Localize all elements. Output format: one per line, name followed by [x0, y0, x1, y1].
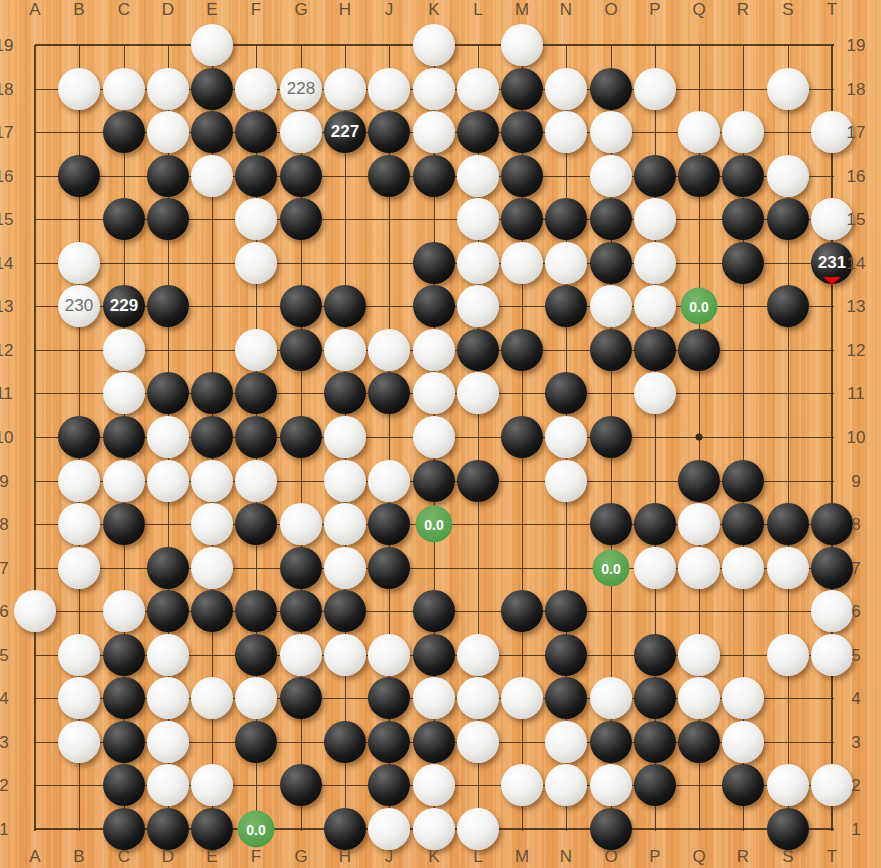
score-estimate-marker: 0.0	[416, 506, 453, 543]
column-label-bottom: S	[782, 848, 793, 865]
black-stone	[590, 416, 632, 458]
white-stone	[590, 155, 632, 197]
black-stone	[368, 372, 410, 414]
white-stone	[58, 547, 100, 589]
white-stone	[634, 68, 676, 110]
black-stone	[590, 503, 632, 545]
move-number-label: 229	[110, 296, 138, 316]
black-stone	[722, 198, 764, 240]
row-label-left: 2	[0, 777, 9, 794]
black-stone	[413, 242, 455, 284]
black-stone	[280, 155, 322, 197]
white-stone: 230	[58, 285, 100, 327]
column-label-top: K	[428, 1, 439, 18]
row-label-left: 1	[0, 821, 9, 838]
black-stone	[235, 111, 277, 153]
white-stone	[722, 721, 764, 763]
black-stone	[235, 372, 277, 414]
black-stone	[280, 198, 322, 240]
white-stone	[58, 634, 100, 676]
row-label-left: 13	[0, 298, 13, 315]
row-label-right: 19	[847, 37, 866, 54]
black-stone	[678, 460, 720, 502]
column-label-bottom: N	[560, 848, 572, 865]
black-stone	[634, 721, 676, 763]
white-stone	[368, 808, 410, 850]
black-stone	[324, 285, 366, 327]
row-label-right: 7	[851, 560, 860, 577]
column-label-top: F	[251, 1, 261, 18]
black-stone	[678, 155, 720, 197]
black-stone	[191, 372, 233, 414]
row-label-left: 14	[0, 255, 13, 272]
column-label-top: R	[737, 1, 749, 18]
white-stone	[722, 677, 764, 719]
white-stone	[457, 155, 499, 197]
white-stone	[324, 547, 366, 589]
white-stone	[413, 111, 455, 153]
black-stone	[280, 416, 322, 458]
black-stone	[590, 198, 632, 240]
white-stone	[235, 460, 277, 502]
column-label-top: A	[29, 1, 40, 18]
black-stone	[191, 808, 233, 850]
white-stone	[590, 285, 632, 327]
white-stone	[501, 242, 543, 284]
row-label-left: 8	[0, 516, 9, 533]
column-label-top: E	[206, 1, 217, 18]
row-label-right: 15	[847, 211, 866, 228]
row-label-right: 8	[851, 516, 860, 533]
white-stone	[767, 764, 809, 806]
black-stone	[501, 155, 543, 197]
black-stone	[634, 677, 676, 719]
black-stone	[501, 198, 543, 240]
white-stone	[324, 503, 366, 545]
black-stone	[634, 634, 676, 676]
white-stone	[545, 242, 587, 284]
white-stone	[722, 547, 764, 589]
black-stone	[722, 155, 764, 197]
star-point	[696, 434, 703, 441]
black-stone	[103, 677, 145, 719]
column-label-top: G	[294, 1, 307, 18]
white-stone	[413, 372, 455, 414]
black-stone	[103, 111, 145, 153]
row-label-right: 1	[851, 821, 860, 838]
black-stone	[634, 155, 676, 197]
white-stone	[235, 677, 277, 719]
move-number-label: 227	[331, 122, 359, 142]
row-label-left: 19	[0, 37, 13, 54]
black-stone	[413, 634, 455, 676]
white-stone	[368, 68, 410, 110]
black-stone	[324, 808, 366, 850]
column-label-bottom: P	[649, 848, 660, 865]
column-label-bottom: K	[428, 848, 439, 865]
row-label-left: 7	[0, 560, 9, 577]
white-stone	[590, 111, 632, 153]
white-stone	[324, 68, 366, 110]
black-stone	[457, 460, 499, 502]
row-label-right: 6	[851, 603, 860, 620]
black-stone	[191, 111, 233, 153]
white-stone	[413, 808, 455, 850]
white-stone	[147, 68, 189, 110]
column-label-bottom: L	[473, 848, 482, 865]
column-label-bottom: T	[827, 848, 837, 865]
row-label-right: 3	[851, 734, 860, 751]
column-label-top: T	[827, 1, 837, 18]
white-stone: 228	[280, 68, 322, 110]
score-estimate-marker: 0.0	[238, 811, 275, 848]
black-stone	[811, 547, 853, 589]
black-stone	[457, 329, 499, 371]
white-stone	[235, 198, 277, 240]
row-label-left: 4	[0, 690, 9, 707]
row-label-right: 4	[851, 690, 860, 707]
column-label-top: N	[560, 1, 572, 18]
black-stone	[191, 416, 233, 458]
white-stone	[545, 460, 587, 502]
white-stone	[634, 242, 676, 284]
go-board-screenshot: 2282272312302290.00.00.00.0 AABBCCDDEEFF…	[0, 0, 881, 868]
row-label-right: 5	[851, 647, 860, 664]
black-stone	[590, 242, 632, 284]
white-stone	[457, 198, 499, 240]
white-stone	[457, 285, 499, 327]
white-stone	[413, 329, 455, 371]
row-label-right: 18	[847, 81, 866, 98]
white-stone	[722, 111, 764, 153]
white-stone	[811, 634, 853, 676]
black-stone	[368, 155, 410, 197]
white-stone	[767, 155, 809, 197]
white-stone	[545, 68, 587, 110]
black-stone	[324, 372, 366, 414]
white-stone	[235, 242, 277, 284]
column-label-top: P	[649, 1, 660, 18]
black-stone	[103, 808, 145, 850]
white-stone	[147, 721, 189, 763]
white-stone	[147, 677, 189, 719]
column-label-bottom: C	[118, 848, 130, 865]
white-stone	[501, 24, 543, 66]
black-stone: 227	[324, 111, 366, 153]
column-label-top: H	[339, 1, 351, 18]
black-stone	[545, 677, 587, 719]
row-label-left: 5	[0, 647, 9, 664]
black-stone	[545, 590, 587, 632]
black-stone	[280, 677, 322, 719]
white-stone	[413, 416, 455, 458]
column-label-top: L	[473, 1, 482, 18]
white-stone	[413, 677, 455, 719]
column-label-bottom: G	[294, 848, 307, 865]
black-stone	[413, 285, 455, 327]
white-stone	[191, 460, 233, 502]
black-stone	[103, 198, 145, 240]
black-stone	[324, 590, 366, 632]
black-stone	[413, 590, 455, 632]
white-stone	[324, 329, 366, 371]
black-stone	[58, 155, 100, 197]
column-label-top: Q	[692, 1, 705, 18]
white-stone	[14, 590, 56, 632]
white-stone	[457, 677, 499, 719]
white-stone	[413, 68, 455, 110]
black-stone	[767, 285, 809, 327]
column-label-bottom: H	[339, 848, 351, 865]
white-stone	[58, 503, 100, 545]
row-label-left: 3	[0, 734, 9, 751]
white-stone	[324, 460, 366, 502]
white-stone	[324, 416, 366, 458]
white-stone	[590, 764, 632, 806]
black-stone	[545, 285, 587, 327]
column-label-top: C	[118, 1, 130, 18]
white-stone	[103, 590, 145, 632]
black-stone	[235, 721, 277, 763]
white-stone	[811, 590, 853, 632]
black-stone	[767, 503, 809, 545]
black-stone	[722, 242, 764, 284]
row-label-right: 12	[847, 342, 866, 359]
row-label-left: 10	[0, 429, 13, 446]
column-label-bottom: E	[206, 848, 217, 865]
column-label-bottom: O	[604, 848, 617, 865]
black-stone	[147, 372, 189, 414]
black-stone	[590, 329, 632, 371]
black-stone	[545, 372, 587, 414]
black-stone	[811, 503, 853, 545]
black-stone	[501, 329, 543, 371]
white-stone	[280, 634, 322, 676]
black-stone	[678, 721, 720, 763]
column-label-top: B	[73, 1, 84, 18]
black-stone	[191, 68, 233, 110]
black-stone	[147, 198, 189, 240]
white-stone	[678, 677, 720, 719]
white-stone	[191, 155, 233, 197]
white-stone	[191, 503, 233, 545]
column-label-bottom: D	[162, 848, 174, 865]
white-stone	[280, 111, 322, 153]
row-label-left: 6	[0, 603, 9, 620]
row-label-right: 11	[847, 385, 865, 402]
row-label-left: 15	[0, 211, 13, 228]
black-stone	[147, 590, 189, 632]
black-stone	[678, 329, 720, 371]
black-stone	[147, 808, 189, 850]
move-number-label: 231	[818, 253, 846, 273]
black-stone	[767, 808, 809, 850]
score-estimate-marker: 0.0	[681, 288, 718, 325]
white-stone	[634, 372, 676, 414]
black-stone	[501, 68, 543, 110]
white-stone	[501, 677, 543, 719]
white-stone	[457, 808, 499, 850]
row-label-left: 12	[0, 342, 13, 359]
black-stone	[368, 721, 410, 763]
row-label-right: 16	[847, 168, 866, 185]
white-stone	[413, 764, 455, 806]
black-stone	[722, 764, 764, 806]
black-stone	[58, 416, 100, 458]
row-label-left: 11	[0, 385, 13, 402]
white-stone	[58, 721, 100, 763]
row-label-right: 10	[847, 429, 866, 446]
black-stone	[280, 764, 322, 806]
white-stone	[103, 329, 145, 371]
black-stone	[413, 460, 455, 502]
black-stone	[280, 329, 322, 371]
black-stone: 229	[103, 285, 145, 327]
white-stone	[280, 503, 322, 545]
black-stone	[722, 503, 764, 545]
white-stone	[147, 634, 189, 676]
row-label-left: 16	[0, 168, 13, 185]
black-stone	[147, 547, 189, 589]
white-stone	[545, 111, 587, 153]
black-stone	[368, 764, 410, 806]
row-label-right: 17	[847, 124, 866, 141]
black-stone	[368, 677, 410, 719]
black-stone	[413, 155, 455, 197]
row-label-left: 9	[0, 473, 9, 490]
white-stone	[58, 677, 100, 719]
white-stone	[147, 111, 189, 153]
white-stone	[147, 764, 189, 806]
column-label-bottom: M	[515, 848, 529, 865]
column-label-bottom: F	[251, 848, 261, 865]
black-stone	[147, 155, 189, 197]
black-stone	[324, 721, 366, 763]
row-label-right: 2	[851, 777, 860, 794]
white-stone	[457, 242, 499, 284]
white-stone	[545, 416, 587, 458]
white-stone	[147, 460, 189, 502]
black-stone	[722, 460, 764, 502]
grid-line-vertical	[34, 45, 36, 831]
white-stone	[767, 547, 809, 589]
column-label-top: D	[162, 1, 174, 18]
white-stone	[678, 634, 720, 676]
black-stone	[103, 416, 145, 458]
black-stone	[590, 721, 632, 763]
black-stone	[235, 634, 277, 676]
white-stone	[368, 460, 410, 502]
white-stone	[103, 68, 145, 110]
black-stone	[368, 503, 410, 545]
white-stone	[457, 372, 499, 414]
black-stone	[103, 764, 145, 806]
white-stone	[103, 372, 145, 414]
black-stone	[235, 155, 277, 197]
white-stone	[457, 68, 499, 110]
black-stone	[590, 68, 632, 110]
white-stone	[191, 764, 233, 806]
white-stone	[634, 198, 676, 240]
black-stone	[501, 416, 543, 458]
black-stone	[634, 503, 676, 545]
black-stone	[280, 285, 322, 327]
white-stone	[501, 764, 543, 806]
black-stone	[545, 198, 587, 240]
black-stone	[368, 111, 410, 153]
column-label-bottom: A	[29, 848, 40, 865]
white-stone	[545, 764, 587, 806]
column-label-top: S	[782, 1, 793, 18]
black-stone	[501, 590, 543, 632]
white-stone	[634, 285, 676, 327]
row-label-left: 18	[0, 81, 13, 98]
column-label-top: O	[604, 1, 617, 18]
move-number-label: 230	[65, 296, 93, 316]
row-label-right: 14	[847, 255, 866, 272]
black-stone	[235, 590, 277, 632]
grid-line-vertical	[831, 45, 833, 831]
column-label-top: M	[515, 1, 529, 18]
black-stone	[413, 721, 455, 763]
white-stone	[767, 634, 809, 676]
column-label-bottom: B	[73, 848, 84, 865]
white-stone	[457, 721, 499, 763]
white-stone	[368, 634, 410, 676]
black-stone	[103, 634, 145, 676]
white-stone	[767, 68, 809, 110]
white-stone	[634, 547, 676, 589]
column-label-bottom: J	[385, 848, 394, 865]
white-stone	[147, 416, 189, 458]
black-stone	[634, 764, 676, 806]
white-stone	[678, 503, 720, 545]
black-stone	[280, 590, 322, 632]
black-stone	[634, 329, 676, 371]
white-stone	[235, 68, 277, 110]
white-stone	[545, 721, 587, 763]
black-stone	[191, 590, 233, 632]
row-label-left: 17	[0, 124, 13, 141]
black-stone	[103, 721, 145, 763]
black-stone	[280, 547, 322, 589]
black-stone	[147, 285, 189, 327]
black-stone	[590, 808, 632, 850]
column-label-bottom: R	[737, 848, 749, 865]
last-move-triangle-icon	[823, 277, 841, 285]
white-stone	[191, 677, 233, 719]
row-label-right: 13	[847, 298, 866, 315]
white-stone	[58, 460, 100, 502]
white-stone	[103, 460, 145, 502]
white-stone	[235, 329, 277, 371]
white-stone	[324, 634, 366, 676]
black-stone	[457, 111, 499, 153]
column-label-top: J	[385, 1, 394, 18]
black-stone	[235, 503, 277, 545]
white-stone	[191, 24, 233, 66]
black-stone	[767, 198, 809, 240]
score-estimate-marker: 0.0	[593, 550, 630, 587]
white-stone	[457, 634, 499, 676]
white-stone	[678, 547, 720, 589]
white-stone	[58, 68, 100, 110]
black-stone	[545, 634, 587, 676]
column-label-bottom: Q	[692, 848, 705, 865]
black-stone	[235, 416, 277, 458]
row-label-right: 9	[851, 473, 860, 490]
black-stone	[501, 111, 543, 153]
